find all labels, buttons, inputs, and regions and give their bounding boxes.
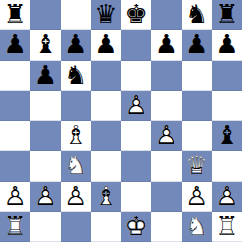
square-c2[interactable]: ♟♙ [61,182,91,212]
black-knight-piece[interactable]: ♞ [182,0,212,30]
square-h8[interactable]: ♜ [212,0,242,30]
square-a8[interactable]: ♜ [0,0,30,30]
white-pawn-piece[interactable]: ♟♙ [121,91,151,121]
square-d5[interactable] [91,91,121,121]
square-e5[interactable]: ♟♙ [121,91,151,121]
black-rook-piece[interactable]: ♜ [0,0,30,30]
white-king-piece[interactable]: ♚♔ [121,212,151,242]
square-f5[interactable] [151,91,181,121]
white-knight-outline: ♘ [61,151,91,181]
square-c4[interactable]: ♝♗ [61,121,91,151]
square-d7[interactable]: ♟ [91,30,121,60]
square-c1[interactable] [61,212,91,242]
square-a4[interactable] [0,121,30,151]
square-g1[interactable]: ♞♘ [182,212,212,242]
black-king-piece[interactable]: ♚ [121,0,151,30]
black-king-glyph: ♚ [121,0,151,30]
square-c5[interactable] [61,91,91,121]
square-a2[interactable]: ♟♙ [0,182,30,212]
black-rook-glyph: ♜ [212,0,242,30]
square-f7[interactable]: ♟ [151,30,181,60]
black-pawn-glyph: ♟ [61,30,91,60]
black-queen-piece[interactable]: ♛ [91,0,121,30]
square-e4[interactable] [121,121,151,151]
black-pawn-piece[interactable]: ♟ [182,30,212,60]
white-bishop-outline: ♗ [61,121,91,151]
square-e2[interactable] [121,182,151,212]
white-pawn-outline: ♙ [0,182,30,212]
white-pawn-outline: ♙ [30,182,60,212]
square-e8[interactable]: ♚ [121,0,151,30]
black-pawn-glyph: ♟ [0,30,30,60]
square-g2[interactable]: ♟♙ [182,182,212,212]
black-bishop-glyph: ♝ [212,121,242,151]
black-bishop-glyph: ♝ [30,30,60,60]
square-c8[interactable] [61,0,91,30]
square-b7[interactable]: ♝ [30,30,60,60]
white-queen-piece[interactable]: ♛♕ [182,151,212,181]
white-pawn-piece[interactable]: ♟♙ [182,182,212,212]
square-f4[interactable]: ♟♙ [151,121,181,151]
square-d1[interactable] [91,212,121,242]
black-knight-glyph: ♞ [61,61,91,91]
square-b6[interactable]: ♟ [30,61,60,91]
black-pawn-piece[interactable]: ♟ [30,61,60,91]
square-h6[interactable] [212,61,242,91]
black-knight-glyph: ♞ [182,0,212,30]
square-h4[interactable]: ♝ [212,121,242,151]
white-rook-piece[interactable]: ♜♖ [212,212,242,242]
square-b1[interactable] [30,212,60,242]
white-pawn-piece[interactable]: ♟♙ [151,121,181,151]
square-e1[interactable]: ♚♔ [121,212,151,242]
square-c3[interactable]: ♞♘ [61,151,91,181]
square-c6[interactable]: ♞ [61,61,91,91]
white-knight-piece[interactable]: ♞♘ [61,151,91,181]
square-a7[interactable]: ♟ [0,30,30,60]
black-rook-piece[interactable]: ♜ [212,0,242,30]
black-pawn-glyph: ♟ [91,30,121,60]
black-bishop-piece[interactable]: ♝ [30,30,60,60]
square-h2[interactable]: ♟♙ [212,182,242,212]
white-king-outline: ♔ [121,212,151,242]
square-g5[interactable] [182,91,212,121]
square-a1[interactable]: ♜♖ [0,212,30,242]
square-a5[interactable] [0,91,30,121]
white-rook-outline: ♖ [212,212,242,242]
square-g8[interactable]: ♞ [182,0,212,30]
square-b2[interactable]: ♟♙ [30,182,60,212]
white-bishop-piece[interactable]: ♝♗ [61,121,91,151]
white-bishop-piece[interactable]: ♝♗ [91,182,121,212]
square-h7[interactable]: ♟ [212,30,242,60]
white-rook-piece[interactable]: ♜♖ [0,212,30,242]
square-e7[interactable] [121,30,151,60]
square-f3[interactable] [151,151,181,181]
black-pawn-glyph: ♟ [30,61,60,91]
square-d4[interactable] [91,121,121,151]
black-pawn-glyph: ♟ [151,30,181,60]
white-pawn-outline: ♙ [182,182,212,212]
square-g3[interactable]: ♛♕ [182,151,212,181]
square-h5[interactable] [212,91,242,121]
white-pawn-outline: ♙ [121,91,151,121]
square-e3[interactable] [121,151,151,181]
square-h1[interactable]: ♜♖ [212,212,242,242]
white-knight-outline: ♘ [182,212,212,242]
square-g7[interactable]: ♟ [182,30,212,60]
square-g4[interactable] [182,121,212,151]
white-pawn-outline: ♙ [61,182,91,212]
square-f1[interactable] [151,212,181,242]
black-rook-glyph: ♜ [0,0,30,30]
white-bishop-outline: ♗ [91,182,121,212]
square-d3[interactable] [91,151,121,181]
square-c7[interactable]: ♟ [61,30,91,60]
white-pawn-outline: ♙ [212,182,242,212]
white-queen-outline: ♕ [182,151,212,181]
square-f6[interactable] [151,61,181,91]
black-pawn-piece[interactable]: ♟ [0,30,30,60]
chess-board: ♜♛♚♞♜♟♝♟♟♟♟♟♟♞♟♙♝♗♟♙♝♞♘♛♕♟♙♟♙♟♙♝♗♟♙♟♙♜♖♚… [0,0,242,242]
square-a3[interactable] [0,151,30,181]
black-pawn-piece[interactable]: ♟ [212,30,242,60]
square-g6[interactable] [182,61,212,91]
square-b3[interactable] [30,151,60,181]
white-pawn-piece[interactable]: ♟♙ [212,182,242,212]
black-queen-glyph: ♛ [91,0,121,30]
square-d6[interactable] [91,61,121,91]
square-f2[interactable] [151,182,181,212]
white-rook-outline: ♖ [0,212,30,242]
white-pawn-piece[interactable]: ♟♙ [0,182,30,212]
white-pawn-outline: ♙ [151,121,181,151]
square-f8[interactable] [151,0,181,30]
white-knight-piece[interactable]: ♞♘ [182,212,212,242]
black-pawn-glyph: ♟ [212,30,242,60]
square-a6[interactable] [0,61,30,91]
white-pawn-piece[interactable]: ♟♙ [61,182,91,212]
black-pawn-piece[interactable]: ♟ [91,30,121,60]
square-b4[interactable] [30,121,60,151]
square-d2[interactable]: ♝♗ [91,182,121,212]
black-pawn-glyph: ♟ [182,30,212,60]
black-pawn-piece[interactable]: ♟ [61,30,91,60]
black-pawn-piece[interactable]: ♟ [151,30,181,60]
white-pawn-piece[interactable]: ♟♙ [30,182,60,212]
square-e6[interactable] [121,61,151,91]
black-bishop-piece[interactable]: ♝ [212,121,242,151]
square-b5[interactable] [30,91,60,121]
black-knight-piece[interactable]: ♞ [61,61,91,91]
square-d8[interactable]: ♛ [91,0,121,30]
square-h3[interactable] [212,151,242,181]
square-b8[interactable] [30,0,60,30]
